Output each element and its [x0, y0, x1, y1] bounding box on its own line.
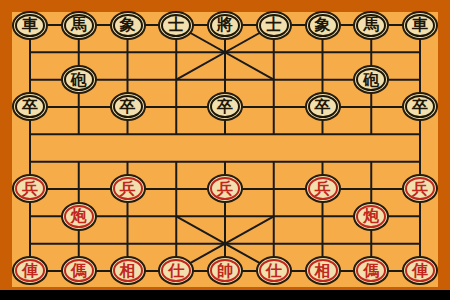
piece-black-advisor[interactable]: 士 — [256, 11, 292, 40]
bottom-black-bar — [0, 290, 450, 300]
piece-red-horse[interactable]: 傌 — [353, 256, 389, 285]
piece-character: 炮 — [363, 208, 379, 224]
piece-character: 炮 — [71, 208, 87, 224]
piece-red-horse[interactable]: 傌 — [61, 256, 97, 285]
xiangqi-board[interactable]: 車馬象士將士象馬車砲砲卒卒卒卒卒兵兵兵兵兵炮炮俥傌相仕帥仕相傌俥 — [12, 12, 438, 287]
piece-black-elephant[interactable]: 象 — [110, 11, 146, 40]
piece-character: 相 — [315, 262, 331, 278]
piece-black-soldier[interactable]: 卒 — [12, 92, 48, 121]
piece-character: 將 — [217, 17, 233, 33]
piece-character: 兵 — [22, 180, 38, 196]
piece-character: 馬 — [71, 17, 87, 33]
piece-red-cannon[interactable]: 炮 — [61, 202, 97, 231]
piece-red-advisor[interactable]: 仕 — [158, 256, 194, 285]
piece-red-advisor[interactable]: 仕 — [256, 256, 292, 285]
piece-red-chariot[interactable]: 俥 — [402, 256, 438, 285]
piece-character: 兵 — [412, 180, 428, 196]
xiangqi-app: 車馬象士將士象馬車砲砲卒卒卒卒卒兵兵兵兵兵炮炮俥傌相仕帥仕相傌俥 — [0, 0, 450, 300]
piece-character: 仕 — [266, 262, 282, 278]
piece-character: 砲 — [363, 71, 379, 87]
piece-red-chariot[interactable]: 俥 — [12, 256, 48, 285]
piece-black-horse[interactable]: 馬 — [61, 11, 97, 40]
piece-character: 車 — [22, 17, 38, 33]
piece-character: 兵 — [120, 180, 136, 196]
piece-red-soldier[interactable]: 兵 — [12, 174, 48, 203]
piece-black-elephant[interactable]: 象 — [305, 11, 341, 40]
piece-character: 砲 — [71, 71, 87, 87]
piece-character: 帥 — [217, 262, 233, 278]
piece-character: 象 — [315, 17, 331, 33]
piece-character: 傌 — [363, 262, 379, 278]
piece-character: 相 — [120, 262, 136, 278]
piece-red-soldier[interactable]: 兵 — [305, 174, 341, 203]
piece-red-elephant[interactable]: 相 — [305, 256, 341, 285]
piece-black-horse[interactable]: 馬 — [353, 11, 389, 40]
piece-black-general[interactable]: 將 — [207, 11, 243, 40]
piece-black-cannon[interactable]: 砲 — [61, 65, 97, 94]
piece-character: 士 — [168, 17, 184, 33]
piece-red-general[interactable]: 帥 — [207, 256, 243, 285]
piece-character: 俥 — [22, 262, 38, 278]
piece-black-cannon[interactable]: 砲 — [353, 65, 389, 94]
piece-character: 車 — [412, 17, 428, 33]
piece-character: 兵 — [217, 180, 233, 196]
piece-black-soldier[interactable]: 卒 — [305, 92, 341, 121]
piece-character: 卒 — [315, 98, 331, 114]
piece-character: 卒 — [22, 98, 38, 114]
piece-character: 仕 — [168, 262, 184, 278]
piece-character: 兵 — [315, 180, 331, 196]
piece-character: 卒 — [412, 98, 428, 114]
piece-black-chariot[interactable]: 車 — [12, 11, 48, 40]
piece-character: 馬 — [363, 17, 379, 33]
piece-character: 卒 — [217, 98, 233, 114]
piece-red-cannon[interactable]: 炮 — [353, 202, 389, 231]
piece-character: 傌 — [71, 262, 87, 278]
piece-red-elephant[interactable]: 相 — [110, 256, 146, 285]
piece-character: 象 — [120, 17, 136, 33]
piece-red-soldier[interactable]: 兵 — [110, 174, 146, 203]
piece-red-soldier[interactable]: 兵 — [207, 174, 243, 203]
pieces-layer: 車馬象士將士象馬車砲砲卒卒卒卒卒兵兵兵兵兵炮炮俥傌相仕帥仕相傌俥 — [12, 12, 438, 287]
piece-black-soldier[interactable]: 卒 — [402, 92, 438, 121]
piece-character: 士 — [266, 17, 282, 33]
piece-red-soldier[interactable]: 兵 — [402, 174, 438, 203]
piece-black-chariot[interactable]: 車 — [402, 11, 438, 40]
piece-black-soldier[interactable]: 卒 — [207, 92, 243, 121]
piece-black-advisor[interactable]: 士 — [158, 11, 194, 40]
piece-character: 卒 — [120, 98, 136, 114]
piece-character: 俥 — [412, 262, 428, 278]
piece-black-soldier[interactable]: 卒 — [110, 92, 146, 121]
